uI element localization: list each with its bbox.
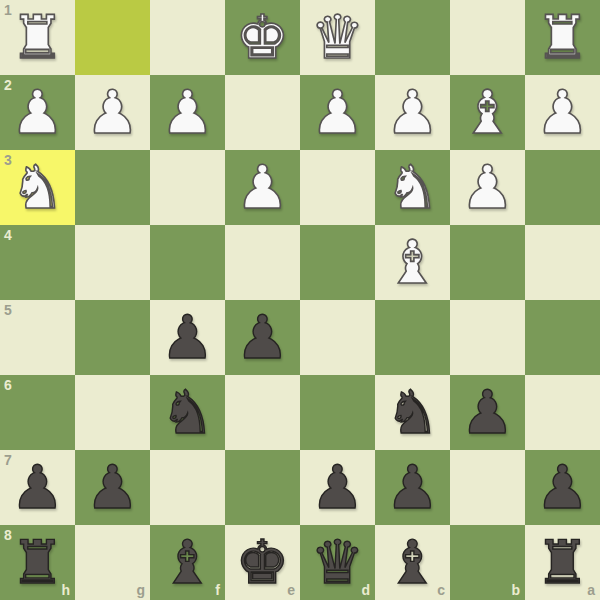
rank-label-6: 6 [4, 377, 12, 393]
black-knight-icon[interactable]: ♞ [386, 375, 440, 450]
square-e5[interactable]: ♟ [225, 300, 300, 375]
square-a7[interactable]: ♟ [525, 450, 600, 525]
square-g2[interactable]: ♟ [75, 75, 150, 150]
square-f6[interactable]: ♞ [150, 375, 225, 450]
black-pawn-icon[interactable]: ♟ [311, 450, 365, 525]
black-bishop-icon[interactable]: ♝ [386, 525, 440, 600]
white-pawn-icon[interactable]: ♟ [386, 75, 440, 150]
square-d1[interactable]: ♛ [300, 0, 375, 75]
black-pawn-icon[interactable]: ♟ [536, 450, 590, 525]
square-f4[interactable] [150, 225, 225, 300]
square-e2[interactable] [225, 75, 300, 150]
square-g6[interactable] [75, 375, 150, 450]
square-g5[interactable] [75, 300, 150, 375]
black-pawn-icon[interactable]: ♟ [461, 375, 515, 450]
square-c6[interactable]: ♞ [375, 375, 450, 450]
white-bishop-icon[interactable]: ♝ [386, 225, 440, 300]
square-g7[interactable]: ♟ [75, 450, 150, 525]
black-pawn-icon[interactable]: ♟ [86, 450, 140, 525]
square-g4[interactable] [75, 225, 150, 300]
square-f3[interactable] [150, 150, 225, 225]
square-e8[interactable]: e♚ [225, 525, 300, 600]
white-pawn-icon[interactable]: ♟ [161, 75, 215, 150]
black-rook-icon[interactable]: ♜ [11, 525, 65, 600]
square-d6[interactable] [300, 375, 375, 450]
white-rook-icon[interactable]: ♜ [11, 0, 65, 75]
square-b8[interactable]: b [450, 525, 525, 600]
square-h7[interactable]: 7♟ [0, 450, 75, 525]
square-c8[interactable]: c♝ [375, 525, 450, 600]
square-a1[interactable]: ♜ [525, 0, 600, 75]
square-a3[interactable] [525, 150, 600, 225]
white-knight-icon[interactable]: ♞ [11, 150, 65, 225]
square-f8[interactable]: f♝ [150, 525, 225, 600]
black-pawn-icon[interactable]: ♟ [236, 300, 290, 375]
rank-label-5: 5 [4, 302, 12, 318]
square-h5[interactable]: 5 [0, 300, 75, 375]
square-f1[interactable] [150, 0, 225, 75]
square-e4[interactable] [225, 225, 300, 300]
white-pawn-icon[interactable]: ♟ [311, 75, 365, 150]
white-rook-icon[interactable]: ♜ [536, 0, 590, 75]
square-d5[interactable] [300, 300, 375, 375]
white-pawn-icon[interactable]: ♟ [536, 75, 590, 150]
file-label-f: f [215, 582, 220, 598]
white-king-icon[interactable]: ♚ [236, 0, 290, 75]
square-a4[interactable] [525, 225, 600, 300]
square-d8[interactable]: d♛ [300, 525, 375, 600]
rank-label-4: 4 [4, 227, 12, 243]
square-g3[interactable] [75, 150, 150, 225]
square-h3[interactable]: 3♞ [0, 150, 75, 225]
black-rook-icon[interactable]: ♜ [536, 525, 590, 600]
square-a5[interactable] [525, 300, 600, 375]
square-b7[interactable] [450, 450, 525, 525]
white-knight-icon[interactable]: ♞ [386, 150, 440, 225]
square-e6[interactable] [225, 375, 300, 450]
square-a6[interactable] [525, 375, 600, 450]
black-pawn-icon[interactable]: ♟ [386, 450, 440, 525]
white-pawn-icon[interactable]: ♟ [461, 150, 515, 225]
square-d7[interactable]: ♟ [300, 450, 375, 525]
square-c1[interactable] [375, 0, 450, 75]
square-h8[interactable]: 8h♜ [0, 525, 75, 600]
square-f5[interactable]: ♟ [150, 300, 225, 375]
square-h6[interactable]: 6 [0, 375, 75, 450]
file-label-g: g [136, 582, 145, 598]
square-g1[interactable] [75, 0, 150, 75]
black-queen-icon[interactable]: ♛ [311, 525, 365, 600]
square-a2[interactable]: ♟ [525, 75, 600, 150]
file-label-b: b [511, 582, 520, 598]
black-knight-icon[interactable]: ♞ [161, 375, 215, 450]
square-b5[interactable] [450, 300, 525, 375]
white-bishop-icon[interactable]: ♝ [461, 75, 515, 150]
square-e7[interactable] [225, 450, 300, 525]
square-h1[interactable]: 1♜ [0, 0, 75, 75]
square-a8[interactable]: a♜ [525, 525, 600, 600]
square-b6[interactable]: ♟ [450, 375, 525, 450]
black-pawn-icon[interactable]: ♟ [11, 450, 65, 525]
square-b4[interactable] [450, 225, 525, 300]
square-h2[interactable]: 2♟ [0, 75, 75, 150]
white-queen-icon[interactable]: ♛ [311, 0, 365, 75]
square-g8[interactable]: g [75, 525, 150, 600]
square-d2[interactable]: ♟ [300, 75, 375, 150]
square-b3[interactable]: ♟ [450, 150, 525, 225]
black-bishop-icon[interactable]: ♝ [161, 525, 215, 600]
square-e1[interactable]: ♚ [225, 0, 300, 75]
white-pawn-icon[interactable]: ♟ [11, 75, 65, 150]
white-pawn-icon[interactable]: ♟ [86, 75, 140, 150]
square-h4[interactable]: 4 [0, 225, 75, 300]
square-c5[interactable] [375, 300, 450, 375]
square-d4[interactable] [300, 225, 375, 300]
square-b1[interactable] [450, 0, 525, 75]
black-pawn-icon[interactable]: ♟ [161, 300, 215, 375]
square-c7[interactable]: ♟ [375, 450, 450, 525]
black-king-icon[interactable]: ♚ [236, 525, 290, 600]
white-pawn-icon[interactable]: ♟ [236, 150, 290, 225]
square-f2[interactable]: ♟ [150, 75, 225, 150]
square-d3[interactable] [300, 150, 375, 225]
square-c4[interactable]: ♝ [375, 225, 450, 300]
square-c2[interactable]: ♟ [375, 75, 450, 150]
chess-board: 1♜♚♛♜2♟♟♟♟♟♝♟3♞♟♞♟4♝5♟♟6♞♞♟7♟♟♟♟♟8h♜gf♝e… [0, 0, 600, 600]
square-b2[interactable]: ♝ [450, 75, 525, 150]
square-e3[interactable]: ♟ [225, 150, 300, 225]
square-c3[interactable]: ♞ [375, 150, 450, 225]
square-f7[interactable] [150, 450, 225, 525]
